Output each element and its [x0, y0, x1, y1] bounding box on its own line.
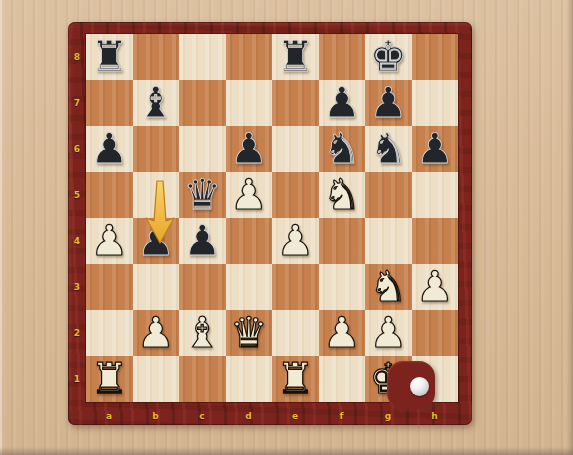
square-h7[interactable] — [412, 80, 459, 126]
black-knight[interactable]: ♞ — [323, 128, 361, 170]
black-rook[interactable]: ♜ — [90, 36, 128, 78]
square-e6[interactable] — [272, 126, 319, 172]
file-label-d: d — [243, 411, 255, 421]
rank-label-4: 4 — [71, 236, 83, 246]
white-knight[interactable]: ♞ — [369, 266, 407, 308]
square-h8[interactable] — [412, 34, 459, 80]
white-pawn[interactable]: ♟ — [90, 220, 128, 262]
square-g6[interactable]: ♞ — [365, 126, 412, 172]
black-king[interactable]: ♚ — [369, 36, 407, 78]
file-label-h: h — [429, 411, 441, 421]
square-h3[interactable]: ♟ — [412, 264, 459, 310]
black-bishop[interactable]: ♝ — [137, 82, 175, 124]
rank-label-6: 6 — [71, 144, 83, 154]
chess-board[interactable]: ♜♜♚♝♟♟♟♟♞♞♟♛♟♞♟♟♟♟♞♟♟♝♛♟♟♜♜♚ — [86, 34, 458, 402]
square-e1[interactable]: ♜ — [272, 356, 319, 402]
square-d2[interactable]: ♛ — [226, 310, 273, 356]
white-rook[interactable]: ♜ — [276, 358, 314, 400]
square-h2[interactable] — [412, 310, 459, 356]
square-c1[interactable] — [179, 356, 226, 402]
square-d3[interactable] — [226, 264, 273, 310]
black-rook[interactable]: ♜ — [276, 36, 314, 78]
square-b6[interactable] — [133, 126, 180, 172]
file-label-b: b — [150, 411, 162, 421]
square-c5[interactable]: ♛ — [179, 172, 226, 218]
window-edge-right — [567, 0, 573, 455]
black-pawn[interactable]: ♟ — [183, 220, 221, 262]
square-e3[interactable] — [272, 264, 319, 310]
square-c4[interactable]: ♟ — [179, 218, 226, 264]
square-d6[interactable]: ♟ — [226, 126, 273, 172]
white-knight[interactable]: ♞ — [323, 174, 361, 216]
square-c8[interactable] — [179, 34, 226, 80]
square-b4[interactable]: ♟ — [133, 218, 180, 264]
black-pawn[interactable]: ♟ — [323, 82, 361, 124]
black-pawn[interactable]: ♟ — [416, 128, 454, 170]
square-g5[interactable] — [365, 172, 412, 218]
square-f3[interactable] — [319, 264, 366, 310]
window-edge-bottom — [0, 447, 573, 455]
file-label-g: g — [382, 411, 394, 421]
square-f4[interactable] — [319, 218, 366, 264]
square-e5[interactable] — [272, 172, 319, 218]
white-pawn[interactable]: ♟ — [323, 312, 361, 354]
file-label-f: f — [336, 411, 348, 421]
square-b7[interactable]: ♝ — [133, 80, 180, 126]
file-label-c: c — [196, 411, 208, 421]
rank-label-8: 8 — [71, 52, 83, 62]
square-h4[interactable] — [412, 218, 459, 264]
rank-label-5: 5 — [71, 190, 83, 200]
white-pawn[interactable]: ♟ — [137, 312, 175, 354]
square-e8[interactable]: ♜ — [272, 34, 319, 80]
square-b1[interactable] — [133, 356, 180, 402]
rank-label-2: 2 — [71, 328, 83, 338]
file-label-a: a — [103, 411, 115, 421]
black-pawn[interactable]: ♟ — [369, 82, 407, 124]
square-d4[interactable] — [226, 218, 273, 264]
square-b2[interactable]: ♟ — [133, 310, 180, 356]
square-e7[interactable] — [272, 80, 319, 126]
square-f6[interactable]: ♞ — [319, 126, 366, 172]
square-g4[interactable] — [365, 218, 412, 264]
black-knight[interactable]: ♞ — [369, 128, 407, 170]
square-a4[interactable]: ♟ — [86, 218, 133, 264]
square-a3[interactable] — [86, 264, 133, 310]
black-queen[interactable]: ♛ — [183, 174, 221, 216]
white-pawn[interactable]: ♟ — [276, 220, 314, 262]
window-edge-left — [0, 0, 2, 455]
square-e4[interactable]: ♟ — [272, 218, 319, 264]
square-d7[interactable] — [226, 80, 273, 126]
square-f8[interactable] — [319, 34, 366, 80]
square-g3[interactable]: ♞ — [365, 264, 412, 310]
white-pawn[interactable]: ♟ — [230, 174, 268, 216]
black-pawn[interactable]: ♟ — [90, 128, 128, 170]
rank-label-7: 7 — [71, 98, 83, 108]
square-g7[interactable]: ♟ — [365, 80, 412, 126]
square-e2[interactable] — [272, 310, 319, 356]
square-c3[interactable] — [179, 264, 226, 310]
square-b3[interactable] — [133, 264, 180, 310]
black-pawn[interactable]: ♟ — [230, 128, 268, 170]
square-a6[interactable]: ♟ — [86, 126, 133, 172]
square-d1[interactable] — [226, 356, 273, 402]
white-rook[interactable]: ♜ — [90, 358, 128, 400]
corner-ball-knob[interactable] — [410, 377, 429, 396]
square-a5[interactable] — [86, 172, 133, 218]
square-a8[interactable]: ♜ — [86, 34, 133, 80]
square-g8[interactable]: ♚ — [365, 34, 412, 80]
square-a7[interactable] — [86, 80, 133, 126]
square-c2[interactable]: ♝ — [179, 310, 226, 356]
white-pawn[interactable]: ♟ — [416, 266, 454, 308]
square-b8[interactable] — [133, 34, 180, 80]
rank-label-3: 3 — [71, 282, 83, 292]
square-h5[interactable] — [412, 172, 459, 218]
square-f7[interactable]: ♟ — [319, 80, 366, 126]
square-a1[interactable]: ♜ — [86, 356, 133, 402]
square-c7[interactable] — [179, 80, 226, 126]
white-pawn[interactable]: ♟ — [369, 312, 407, 354]
square-d8[interactable] — [226, 34, 273, 80]
square-f2[interactable]: ♟ — [319, 310, 366, 356]
square-f1[interactable] — [319, 356, 366, 402]
black-pawn[interactable]: ♟ — [137, 220, 175, 262]
square-a2[interactable] — [86, 310, 133, 356]
white-bishop[interactable]: ♝ — [183, 312, 221, 354]
file-label-e: e — [289, 411, 301, 421]
square-h6[interactable]: ♟ — [412, 126, 459, 172]
rank-label-1: 1 — [71, 374, 83, 384]
square-c6[interactable] — [179, 126, 226, 172]
square-d5[interactable]: ♟ — [226, 172, 273, 218]
square-b5[interactable] — [133, 172, 180, 218]
white-queen[interactable]: ♛ — [230, 312, 268, 354]
square-f5[interactable]: ♞ — [319, 172, 366, 218]
square-g2[interactable]: ♟ — [365, 310, 412, 356]
